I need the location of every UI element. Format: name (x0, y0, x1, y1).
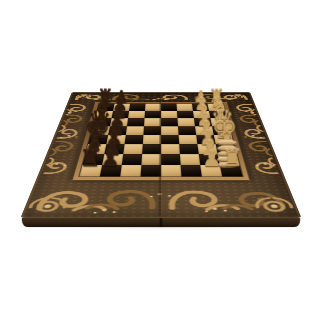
piece-white-rook: ♜ (216, 141, 248, 175)
square-r1c2 (128, 111, 145, 119)
square-r0c1 (113, 104, 130, 111)
board-front-edge (22, 218, 300, 227)
square-r0c6 (192, 104, 209, 111)
piece-black-pawn: ♟ (95, 141, 127, 175)
square-r2c3 (144, 118, 161, 126)
square-r3c3 (143, 126, 161, 135)
board-surface: ♜♞♝♛♚♝♞♜♟♟♟♟♟♟♟♟♟♟♟♟♟♟♟♟♜♞♝♛♚♝♞♜ (21, 92, 302, 218)
square-r2c4 (161, 118, 178, 126)
scene: ♜♞♝♛♚♝♞♜♟♟♟♟♟♟♟♟♟♟♟♟♟♟♟♟♜♞♝♛♚♝♞♜ (0, 0, 322, 322)
product-photo: ♜♞♝♛♚♝♞♜♟♟♟♟♟♟♟♟♟♟♟♟♟♟♟♟♜♞♝♛♚♝♞♜ (0, 0, 322, 322)
square-r0c7 (207, 104, 224, 111)
square-r1c3 (145, 111, 161, 119)
square-r3c4 (161, 126, 179, 135)
square-r0c2 (129, 104, 145, 111)
square-r0c5 (176, 104, 192, 111)
square-r0c4 (161, 104, 177, 111)
square-r1c4 (161, 111, 177, 119)
square-r0c3 (145, 104, 161, 111)
square-r0c0 (97, 104, 114, 111)
